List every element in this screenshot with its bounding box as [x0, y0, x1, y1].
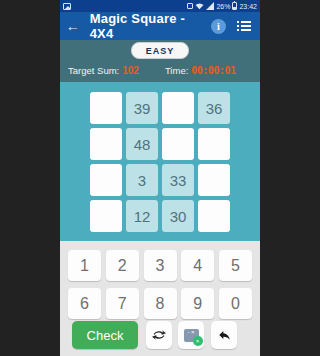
grid-cell[interactable]: 30 — [162, 200, 194, 232]
grid-cell[interactable]: 12 — [126, 200, 158, 232]
keypad-panel: 12345 67890 Check - × × — [60, 241, 260, 356]
key-8[interactable]: 8 — [144, 288, 177, 319]
app-bar: ← Magic Square - 4X4 i — [60, 12, 260, 40]
header-section: EASY Target Sum: 102 Time: 00:00:01 — [60, 40, 260, 82]
shuffle-icon — [151, 328, 167, 342]
key-3[interactable]: 3 — [144, 250, 177, 281]
key-9[interactable]: 9 — [181, 288, 214, 319]
status-clock: 23:42 — [239, 3, 257, 10]
grid-cell[interactable]: 36 — [198, 92, 230, 124]
key-1[interactable]: 1 — [68, 250, 101, 281]
wifi-icon — [195, 2, 204, 10]
key-0[interactable]: 0 — [219, 288, 252, 319]
time-value: 00:00:01 — [191, 65, 235, 76]
keypad-row-2: 67890 — [68, 288, 252, 319]
signal-icon — [206, 2, 214, 10]
magic-grid: 3936483331230 — [90, 92, 230, 232]
screenshot-icon — [187, 3, 193, 9]
action-row: Check - × × — [60, 321, 260, 349]
undo-button[interactable] — [211, 321, 237, 349]
grid-cell[interactable] — [90, 200, 122, 232]
image-notification-icon — [63, 3, 71, 10]
key-7[interactable]: 7 — [106, 288, 139, 319]
key-2[interactable]: 2 — [106, 250, 139, 281]
shuffle-button[interactable] — [146, 321, 172, 349]
back-button[interactable]: ← — [60, 18, 86, 34]
grid-cell[interactable] — [198, 164, 230, 196]
battery-percent: 26% — [216, 3, 230, 10]
keypad-row-1: 12345 — [68, 250, 252, 281]
key-6[interactable]: 6 — [68, 288, 101, 319]
key-4[interactable]: 4 — [181, 250, 214, 281]
grid-cell[interactable]: 48 — [126, 128, 158, 160]
grid-cell[interactable] — [90, 92, 122, 124]
grid-cell[interactable] — [162, 128, 194, 160]
grid-cell[interactable] — [90, 164, 122, 196]
time-label: Time: — [165, 65, 188, 76]
target-time-row: Target Sum: 102 Time: 00:00:01 — [60, 65, 260, 76]
target-sum-value: 102 — [122, 65, 139, 76]
page-title: Magic Square - 4X4 — [90, 11, 211, 41]
menu-list-button[interactable] — [237, 21, 251, 31]
calculator-icon: - × × — [184, 329, 199, 342]
screen: 26% 23:42 ← Magic Square - 4X4 i EASY Ta… — [60, 0, 260, 356]
grid-cell[interactable]: 3 — [126, 164, 158, 196]
undo-icon — [217, 328, 232, 342]
difficulty-button[interactable]: EASY — [131, 42, 189, 59]
grid-cell[interactable] — [90, 128, 122, 160]
calculator-badge-icon: × — [193, 336, 203, 346]
grid-cell[interactable] — [162, 92, 194, 124]
grid-cell[interactable]: 39 — [126, 92, 158, 124]
info-button[interactable]: i — [211, 19, 226, 34]
battery-icon — [232, 2, 237, 10]
key-5[interactable]: 5 — [219, 250, 252, 281]
calculator-button[interactable]: - × × — [178, 321, 204, 349]
check-button[interactable]: Check — [72, 321, 138, 349]
board-area: 3936483331230 — [60, 82, 260, 241]
target-sum-label: Target Sum: — [68, 65, 119, 76]
grid-cell[interactable] — [198, 200, 230, 232]
grid-cell[interactable]: 33 — [162, 164, 194, 196]
grid-cell[interactable] — [198, 128, 230, 160]
